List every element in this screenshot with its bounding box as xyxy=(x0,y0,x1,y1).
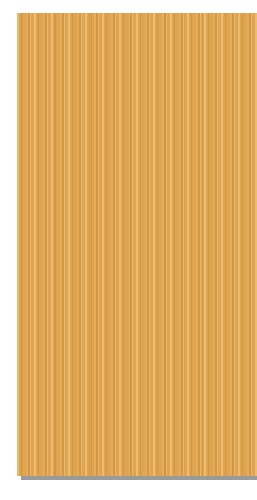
go-diagram xyxy=(0,0,257,500)
go-board xyxy=(17,13,257,476)
board-shadow xyxy=(21,476,257,480)
intersection-grid xyxy=(20,20,257,476)
